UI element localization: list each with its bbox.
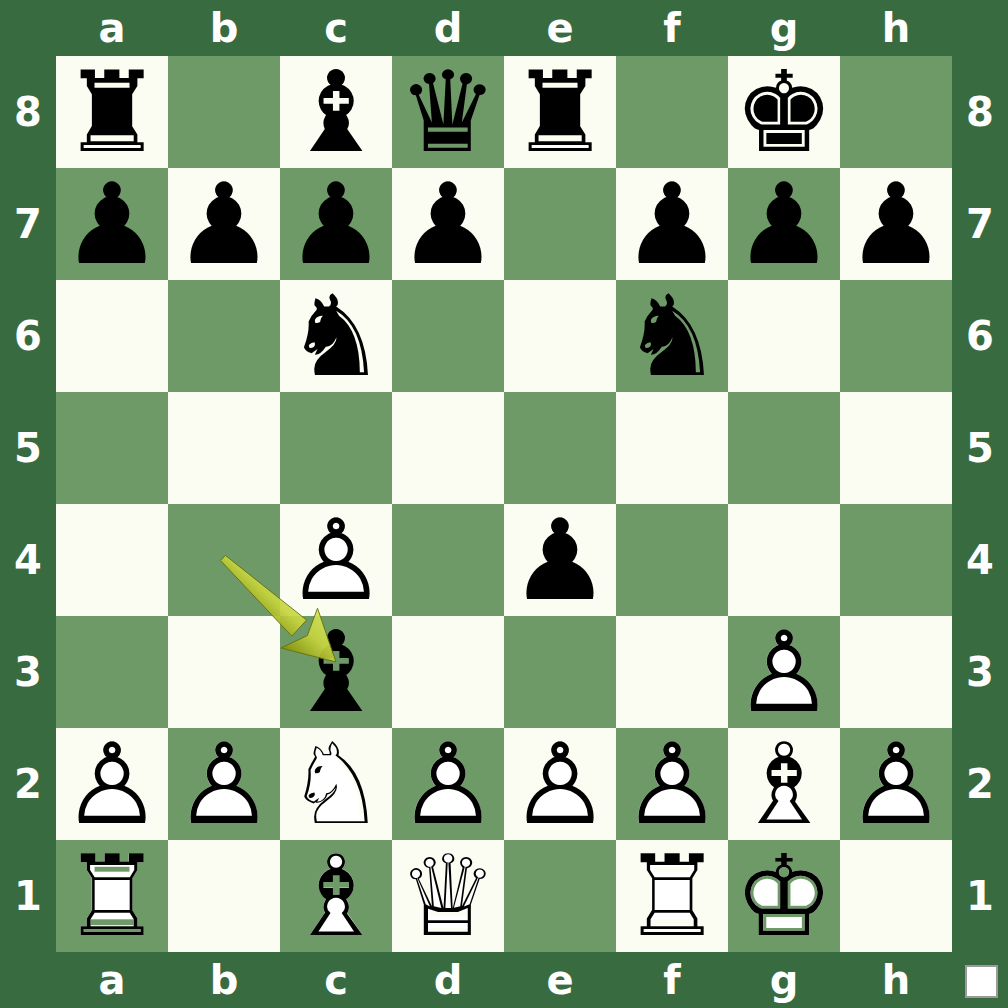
- square-e3[interactable]: [504, 616, 616, 728]
- square-e2[interactable]: ♟♙: [504, 728, 616, 840]
- black-piece-body: ♟: [392, 168, 504, 280]
- piece-black-knight[interactable]: ♞: [616, 280, 728, 392]
- black-piece-body: ♜: [504, 56, 616, 168]
- square-b3[interactable]: [168, 616, 280, 728]
- square-a4[interactable]: [56, 504, 168, 616]
- black-piece-body: ♝: [280, 56, 392, 168]
- black-piece-body: ♛: [392, 56, 504, 168]
- square-g4[interactable]: [728, 504, 840, 616]
- file-label-b-top: b: [168, 0, 280, 56]
- square-f4[interactable]: [616, 504, 728, 616]
- square-e6[interactable]: [504, 280, 616, 392]
- square-f6[interactable]: ♞: [616, 280, 728, 392]
- square-f3[interactable]: [616, 616, 728, 728]
- piece-white-bishop[interactable]: ♝♗: [280, 840, 392, 952]
- square-h7[interactable]: ♟: [840, 168, 952, 280]
- black-piece-body: ♟: [280, 168, 392, 280]
- rank-label-2-left: 2: [0, 728, 56, 840]
- rank-label-2-right: 2: [952, 728, 1008, 840]
- piece-white-pawn[interactable]: ♟♙: [280, 504, 392, 616]
- black-piece-body: ♟: [168, 168, 280, 280]
- square-e5[interactable]: [504, 392, 616, 504]
- black-piece-body: ♟: [56, 168, 168, 280]
- piece-black-rook[interactable]: ♜: [504, 56, 616, 168]
- rank-label-4-right: 4: [952, 504, 1008, 616]
- piece-black-king[interactable]: ♚: [728, 56, 840, 168]
- square-e1[interactable]: [504, 840, 616, 952]
- rank-label-1-right: 1: [952, 840, 1008, 952]
- square-d3[interactable]: [392, 616, 504, 728]
- rank-label-6-left: 6: [0, 280, 56, 392]
- white-piece-outline: ♙: [728, 616, 840, 728]
- square-a2[interactable]: ♟♙: [56, 728, 168, 840]
- chess-board-frame: abcdefgh8♜♝♛♜♚87♟♟♟♟♟♟♟76♞♞6554♟♙♟43♝♟♙3…: [0, 0, 1008, 1008]
- piece-white-king[interactable]: ♚♔: [728, 840, 840, 952]
- piece-white-rook[interactable]: ♜♖: [616, 840, 728, 952]
- board-corner-top-left: [0, 0, 56, 56]
- black-piece-body: ♜: [56, 56, 168, 168]
- piece-white-pawn[interactable]: ♟♙: [168, 728, 280, 840]
- file-label-h-bottom: h: [840, 952, 952, 1008]
- square-c2[interactable]: ♞♘: [280, 728, 392, 840]
- square-d2[interactable]: ♟♙: [392, 728, 504, 840]
- black-piece-body: ♟: [840, 168, 952, 280]
- square-g1[interactable]: ♚♔: [728, 840, 840, 952]
- rank-label-3-left: 3: [0, 616, 56, 728]
- piece-black-knight[interactable]: ♞: [280, 280, 392, 392]
- square-a6[interactable]: [56, 280, 168, 392]
- white-piece-outline: ♙: [616, 728, 728, 840]
- rank-label-5-right: 5: [952, 392, 1008, 504]
- square-f7[interactable]: ♟: [616, 168, 728, 280]
- square-g7[interactable]: ♟: [728, 168, 840, 280]
- square-h8[interactable]: [840, 56, 952, 168]
- square-f5[interactable]: [616, 392, 728, 504]
- rank-label-1-left: 1: [0, 840, 56, 952]
- board-corner-bottom-left: [0, 952, 56, 1008]
- file-label-f-top: f: [616, 0, 728, 56]
- file-label-h-top: h: [840, 0, 952, 56]
- square-b6[interactable]: [168, 280, 280, 392]
- piece-black-pawn[interactable]: ♟: [728, 168, 840, 280]
- piece-white-pawn[interactable]: ♟♙: [728, 616, 840, 728]
- square-a8[interactable]: ♜: [56, 56, 168, 168]
- square-f1[interactable]: ♜♖: [616, 840, 728, 952]
- rank-label-8-left: 8: [0, 56, 56, 168]
- board-corner-bottom-right: [952, 952, 1008, 1008]
- piece-black-rook[interactable]: ♜: [56, 56, 168, 168]
- piece-black-pawn[interactable]: ♟: [56, 168, 168, 280]
- square-f2[interactable]: ♟♙: [616, 728, 728, 840]
- file-label-e-bottom: e: [504, 952, 616, 1008]
- square-d5[interactable]: [392, 392, 504, 504]
- piece-black-pawn[interactable]: ♟: [392, 168, 504, 280]
- square-h2[interactable]: ♟♙: [840, 728, 952, 840]
- piece-black-pawn[interactable]: ♟: [840, 168, 952, 280]
- square-b1[interactable]: [168, 840, 280, 952]
- white-piece-outline: ♗: [728, 728, 840, 840]
- black-piece-body: ♞: [616, 280, 728, 392]
- white-piece-outline: ♗: [280, 840, 392, 952]
- square-c8[interactable]: ♝: [280, 56, 392, 168]
- square-a7[interactable]: ♟: [56, 168, 168, 280]
- square-e7[interactable]: [504, 168, 616, 280]
- square-g5[interactable]: [728, 392, 840, 504]
- rank-label-6-right: 6: [952, 280, 1008, 392]
- piece-white-pawn[interactable]: ♟♙: [504, 728, 616, 840]
- white-piece-outline: ♙: [840, 728, 952, 840]
- white-piece-outline: ♔: [728, 840, 840, 952]
- piece-black-bishop[interactable]: ♝: [280, 616, 392, 728]
- square-h3[interactable]: [840, 616, 952, 728]
- square-d4[interactable]: [392, 504, 504, 616]
- side-to-move-indicator-white: [965, 965, 998, 998]
- piece-white-pawn[interactable]: ♟♙: [616, 728, 728, 840]
- white-piece-outline: ♙: [56, 728, 168, 840]
- piece-black-pawn[interactable]: ♟: [168, 168, 280, 280]
- piece-white-bishop[interactable]: ♝♗: [728, 728, 840, 840]
- piece-black-bishop[interactable]: ♝: [280, 56, 392, 168]
- board-corner-top-right: [952, 0, 1008, 56]
- square-c5[interactable]: [280, 392, 392, 504]
- square-h1[interactable]: [840, 840, 952, 952]
- white-piece-outline: ♙: [168, 728, 280, 840]
- square-g8[interactable]: ♚: [728, 56, 840, 168]
- square-e8[interactable]: ♜: [504, 56, 616, 168]
- square-f8[interactable]: [616, 56, 728, 168]
- white-piece-outline: ♖: [56, 840, 168, 952]
- piece-white-queen[interactable]: ♛♕: [392, 840, 504, 952]
- piece-black-queen[interactable]: ♛: [392, 56, 504, 168]
- black-piece-body: ♞: [280, 280, 392, 392]
- square-d7[interactable]: ♟: [392, 168, 504, 280]
- square-a5[interactable]: [56, 392, 168, 504]
- white-piece-outline: ♙: [392, 728, 504, 840]
- square-e4[interactable]: ♟: [504, 504, 616, 616]
- rank-label-8-right: 8: [952, 56, 1008, 168]
- white-piece-outline: ♕: [392, 840, 504, 952]
- square-c4[interactable]: ♟♙: [280, 504, 392, 616]
- piece-white-knight[interactable]: ♞♘: [280, 728, 392, 840]
- white-piece-outline: ♖: [616, 840, 728, 952]
- black-piece-body: ♚: [728, 56, 840, 168]
- rank-label-7-right: 7: [952, 168, 1008, 280]
- square-g3[interactable]: ♟♙: [728, 616, 840, 728]
- black-piece-body: ♟: [616, 168, 728, 280]
- square-g2[interactable]: ♝♗: [728, 728, 840, 840]
- square-c6[interactable]: ♞: [280, 280, 392, 392]
- black-piece-body: ♟: [504, 504, 616, 616]
- square-d6[interactable]: [392, 280, 504, 392]
- square-c3[interactable]: ♝: [280, 616, 392, 728]
- rank-label-4-left: 4: [0, 504, 56, 616]
- piece-black-pawn[interactable]: ♟: [504, 504, 616, 616]
- piece-white-pawn[interactable]: ♟♙: [392, 728, 504, 840]
- square-b7[interactable]: ♟: [168, 168, 280, 280]
- piece-black-pawn[interactable]: ♟: [280, 168, 392, 280]
- square-a3[interactable]: [56, 616, 168, 728]
- square-d8[interactable]: ♛: [392, 56, 504, 168]
- square-c1[interactable]: ♝♗: [280, 840, 392, 952]
- white-piece-outline: ♘: [280, 728, 392, 840]
- file-label-b-bottom: b: [168, 952, 280, 1008]
- square-b8[interactable]: [168, 56, 280, 168]
- square-b2[interactable]: ♟♙: [168, 728, 280, 840]
- square-h6[interactable]: [840, 280, 952, 392]
- square-h5[interactable]: [840, 392, 952, 504]
- rank-label-3-right: 3: [952, 616, 1008, 728]
- black-piece-body: ♟: [728, 168, 840, 280]
- piece-white-pawn[interactable]: ♟♙: [56, 728, 168, 840]
- rank-label-5-left: 5: [0, 392, 56, 504]
- square-b5[interactable]: [168, 392, 280, 504]
- square-c7[interactable]: ♟: [280, 168, 392, 280]
- black-piece-body: ♝: [280, 616, 392, 728]
- white-piece-outline: ♙: [504, 728, 616, 840]
- square-h4[interactable]: [840, 504, 952, 616]
- piece-black-pawn[interactable]: ♟: [616, 168, 728, 280]
- square-b4[interactable]: [168, 504, 280, 616]
- square-d1[interactable]: ♛♕: [392, 840, 504, 952]
- piece-white-rook[interactable]: ♜♖: [56, 840, 168, 952]
- rank-label-7-left: 7: [0, 168, 56, 280]
- square-a1[interactable]: ♜♖: [56, 840, 168, 952]
- square-g6[interactable]: [728, 280, 840, 392]
- piece-white-pawn[interactable]: ♟♙: [840, 728, 952, 840]
- white-piece-outline: ♙: [280, 504, 392, 616]
